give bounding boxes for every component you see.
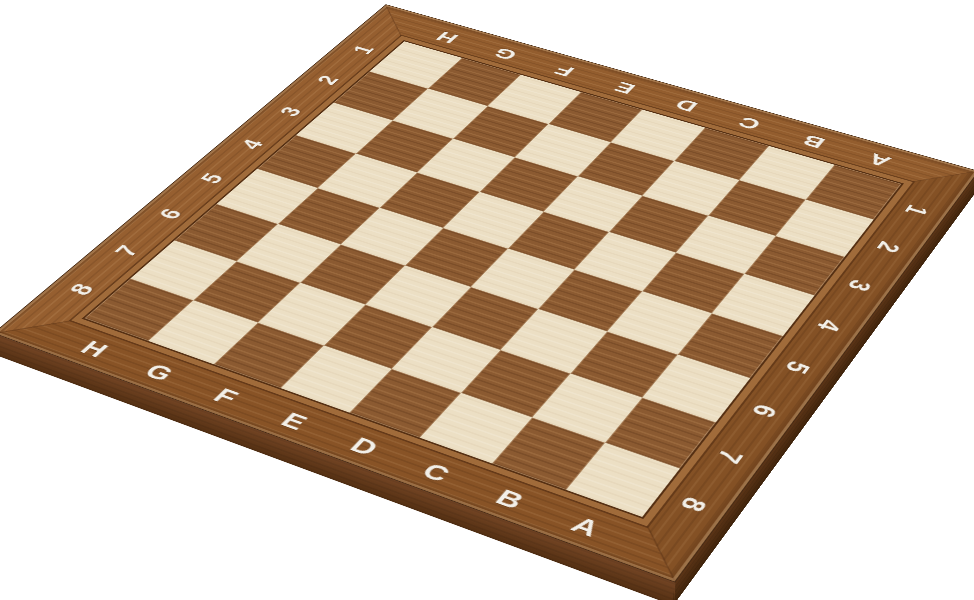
board-surface: HH11GG22FF33EE44DD55CC66BB77AA88	[0, 4, 974, 582]
chess-board: HH11GG22FF33EE44DD55CC66BB77AA88	[0, 5, 974, 583]
chessboard-scene: HH11GG22FF33EE44DD55CC66BB77AA88	[0, 0, 974, 600]
